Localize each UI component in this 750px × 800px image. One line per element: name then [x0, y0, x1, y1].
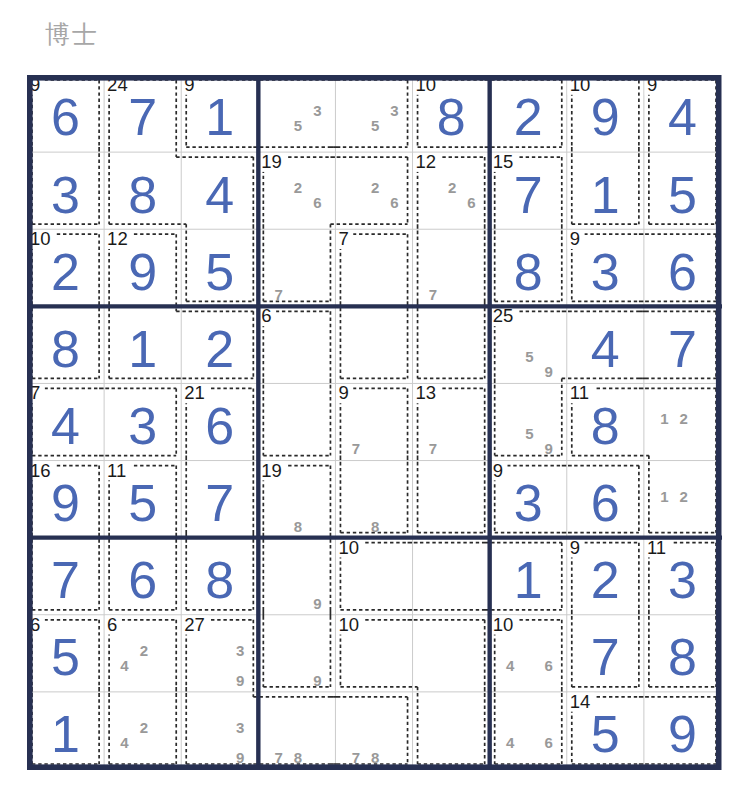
- cell-r5c7[interactable]: [490, 384, 567, 461]
- cell-r6c3[interactable]: [181, 461, 258, 538]
- cell-r7c1[interactable]: [27, 538, 104, 615]
- cell-r7c8[interactable]: [568, 538, 645, 615]
- cell-r6c1[interactable]: [27, 461, 104, 538]
- cell-r5c6[interactable]: [413, 384, 490, 461]
- cell-r5c2[interactable]: [104, 384, 181, 461]
- cell-r9c5[interactable]: [336, 693, 413, 770]
- cell-r8c6[interactable]: [413, 616, 490, 693]
- cell-r7c2[interactable]: [104, 538, 181, 615]
- cell-r3c4[interactable]: [259, 229, 336, 306]
- cell-r1c2[interactable]: [104, 75, 181, 152]
- cell-grid: [27, 75, 722, 770]
- cell-r3c1[interactable]: [27, 229, 104, 306]
- cell-r4c9[interactable]: [645, 307, 722, 384]
- cell-r2c1[interactable]: [27, 152, 104, 229]
- cell-r1c6[interactable]: [413, 75, 490, 152]
- cell-r1c9[interactable]: [645, 75, 722, 152]
- cell-r5c8[interactable]: [568, 384, 645, 461]
- cell-r9c8[interactable]: [568, 693, 645, 770]
- cell-r7c7[interactable]: [490, 538, 567, 615]
- cell-r6c6[interactable]: [413, 461, 490, 538]
- killer-sudoku-board: 9249101091912151012796257219131116111991…: [27, 75, 722, 770]
- cell-r3c3[interactable]: [181, 229, 258, 306]
- cell-r9c6[interactable]: [413, 693, 490, 770]
- cell-r4c6[interactable]: [413, 307, 490, 384]
- cell-r2c6[interactable]: [413, 152, 490, 229]
- cell-r5c4[interactable]: [259, 384, 336, 461]
- page: 博士 9249101091912151012796257219131116111…: [0, 0, 750, 800]
- cell-r3c6[interactable]: [413, 229, 490, 306]
- cell-r9c3[interactable]: [181, 693, 258, 770]
- cell-r8c4[interactable]: [259, 616, 336, 693]
- cell-r4c4[interactable]: [259, 307, 336, 384]
- cell-r6c9[interactable]: [645, 461, 722, 538]
- cell-r7c5[interactable]: [336, 538, 413, 615]
- cell-r2c3[interactable]: [181, 152, 258, 229]
- cell-r2c5[interactable]: [336, 152, 413, 229]
- cell-r1c1[interactable]: [27, 75, 104, 152]
- cell-r9c7[interactable]: [490, 693, 567, 770]
- cell-r8c2[interactable]: [104, 616, 181, 693]
- cell-r9c9[interactable]: [645, 693, 722, 770]
- cell-r1c4[interactable]: [259, 75, 336, 152]
- cell-r8c7[interactable]: [490, 616, 567, 693]
- cell-r5c5[interactable]: [336, 384, 413, 461]
- cell-r8c8[interactable]: [568, 616, 645, 693]
- cell-r6c8[interactable]: [568, 461, 645, 538]
- cell-r2c2[interactable]: [104, 152, 181, 229]
- cell-r4c1[interactable]: [27, 307, 104, 384]
- cell-r4c3[interactable]: [181, 307, 258, 384]
- cell-r7c4[interactable]: [259, 538, 336, 615]
- cell-r6c4[interactable]: [259, 461, 336, 538]
- cell-r9c4[interactable]: [259, 693, 336, 770]
- cell-r8c3[interactable]: [181, 616, 258, 693]
- cell-r1c3[interactable]: [181, 75, 258, 152]
- cell-r8c5[interactable]: [336, 616, 413, 693]
- cell-r3c9[interactable]: [645, 229, 722, 306]
- cell-r3c2[interactable]: [104, 229, 181, 306]
- cell-r5c1[interactable]: [27, 384, 104, 461]
- cell-r7c3[interactable]: [181, 538, 258, 615]
- cell-r6c7[interactable]: [490, 461, 567, 538]
- puzzle-level-title: 博士: [45, 18, 99, 51]
- cell-r2c8[interactable]: [568, 152, 645, 229]
- cell-r4c5[interactable]: [336, 307, 413, 384]
- cell-r2c9[interactable]: [645, 152, 722, 229]
- cell-r9c2[interactable]: [104, 693, 181, 770]
- cell-r9c1[interactable]: [27, 693, 104, 770]
- cell-r4c8[interactable]: [568, 307, 645, 384]
- cell-r3c5[interactable]: [336, 229, 413, 306]
- cell-r6c2[interactable]: [104, 461, 181, 538]
- cell-r1c5[interactable]: [336, 75, 413, 152]
- cell-r6c5[interactable]: [336, 461, 413, 538]
- cell-r1c7[interactable]: [490, 75, 567, 152]
- cell-r5c3[interactable]: [181, 384, 258, 461]
- cell-r4c7[interactable]: [490, 307, 567, 384]
- cell-r3c8[interactable]: [568, 229, 645, 306]
- cell-r2c7[interactable]: [490, 152, 567, 229]
- cell-r8c1[interactable]: [27, 616, 104, 693]
- cell-r8c9[interactable]: [645, 616, 722, 693]
- cell-r7c9[interactable]: [645, 538, 722, 615]
- cell-r1c8[interactable]: [568, 75, 645, 152]
- cell-r3c7[interactable]: [490, 229, 567, 306]
- cell-r2c4[interactable]: [259, 152, 336, 229]
- cell-r5c9[interactable]: [645, 384, 722, 461]
- cell-r4c2[interactable]: [104, 307, 181, 384]
- cell-r7c6[interactable]: [413, 538, 490, 615]
